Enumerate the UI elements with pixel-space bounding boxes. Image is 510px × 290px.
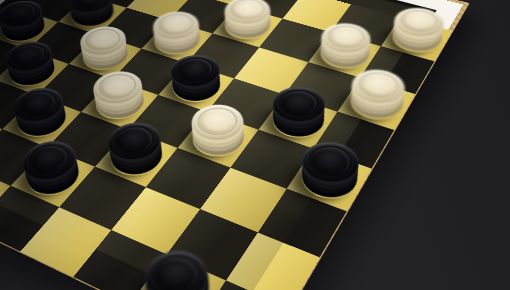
photo-stage	[0, 0, 510, 290]
square-h3[interactable]	[338, 78, 415, 130]
square-h5[interactable]	[287, 149, 372, 212]
board-grid	[0, 0, 452, 290]
white-man-h1[interactable]	[381, 17, 452, 61]
board-inner-margin	[0, 0, 437, 290]
black-man-h5[interactable]	[287, 149, 372, 212]
white-man-h3[interactable]	[338, 78, 415, 130]
board-white-frame	[0, 0, 463, 290]
board-wood-edge	[0, 0, 470, 290]
checkers-board-3d	[0, 0, 470, 290]
square-h1[interactable]	[381, 17, 452, 61]
